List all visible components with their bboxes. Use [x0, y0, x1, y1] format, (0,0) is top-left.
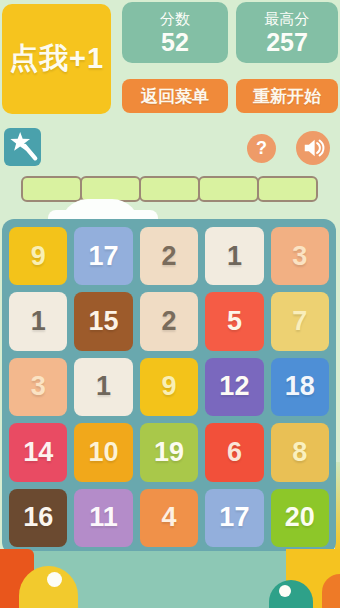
best-score-value: 257	[266, 28, 308, 56]
score-panel: 分数 52	[122, 2, 228, 63]
plus-one-button[interactable]: 点我+1	[2, 4, 111, 114]
magic-wand-button[interactable]	[4, 128, 41, 166]
tile-4-4[interactable]: 20	[271, 489, 329, 547]
tile-4-2[interactable]: 4	[140, 489, 198, 547]
tile-0-4[interactable]: 3	[271, 227, 329, 285]
tile-1-2[interactable]: 2	[140, 292, 198, 350]
tile-2-2[interactable]: 9	[140, 358, 198, 416]
best-score-panel: 最高分 257	[236, 2, 338, 63]
best-score-label: 最高分	[265, 9, 310, 28]
tray-slot-4[interactable]	[257, 176, 318, 202]
help-button[interactable]: ?	[247, 134, 276, 163]
restart-button[interactable]: 重新开始	[236, 79, 338, 113]
tile-1-0[interactable]: 1	[9, 292, 67, 350]
slot-bar	[21, 176, 318, 202]
tile-3-1[interactable]: 10	[74, 423, 132, 481]
tile-1-4[interactable]: 7	[271, 292, 329, 350]
tile-4-0[interactable]: 16	[9, 489, 67, 547]
yellow-blob-eye	[47, 572, 62, 587]
tile-1-3[interactable]: 5	[205, 292, 263, 350]
speaker-icon	[299, 134, 327, 162]
tile-4-3[interactable]: 17	[205, 489, 263, 547]
tile-4-1[interactable]: 11	[74, 489, 132, 547]
tile-1-1[interactable]: 15	[74, 292, 132, 350]
tray-slot-3[interactable]	[198, 176, 259, 202]
board-grid: 917213115257319121814101968161141720	[9, 227, 329, 547]
sound-button[interactable]	[296, 131, 330, 165]
tile-2-4[interactable]: 18	[271, 358, 329, 416]
back-to-menu-button[interactable]: 返回菜单	[122, 79, 228, 113]
score-value: 52	[161, 28, 189, 56]
tile-0-1[interactable]: 17	[74, 227, 132, 285]
tray-slot-0[interactable]	[21, 176, 82, 202]
tile-0-3[interactable]: 1	[205, 227, 263, 285]
tile-0-0[interactable]: 9	[9, 227, 67, 285]
tile-2-3[interactable]: 12	[205, 358, 263, 416]
game-board: 917213115257319121814101968161141720	[2, 219, 336, 554]
tile-3-4[interactable]: 8	[271, 423, 329, 481]
magic-wand-icon	[7, 131, 39, 163]
tray-slot-2[interactable]	[139, 176, 200, 202]
tile-2-0[interactable]: 3	[9, 358, 67, 416]
score-label: 分数	[160, 9, 190, 28]
tile-3-0[interactable]: 14	[9, 423, 67, 481]
tile-3-3[interactable]: 6	[205, 423, 263, 481]
teal-blob-eye	[279, 585, 291, 597]
tile-3-2[interactable]: 19	[140, 423, 198, 481]
tile-0-2[interactable]: 2	[140, 227, 198, 285]
tile-2-1[interactable]: 1	[74, 358, 132, 416]
